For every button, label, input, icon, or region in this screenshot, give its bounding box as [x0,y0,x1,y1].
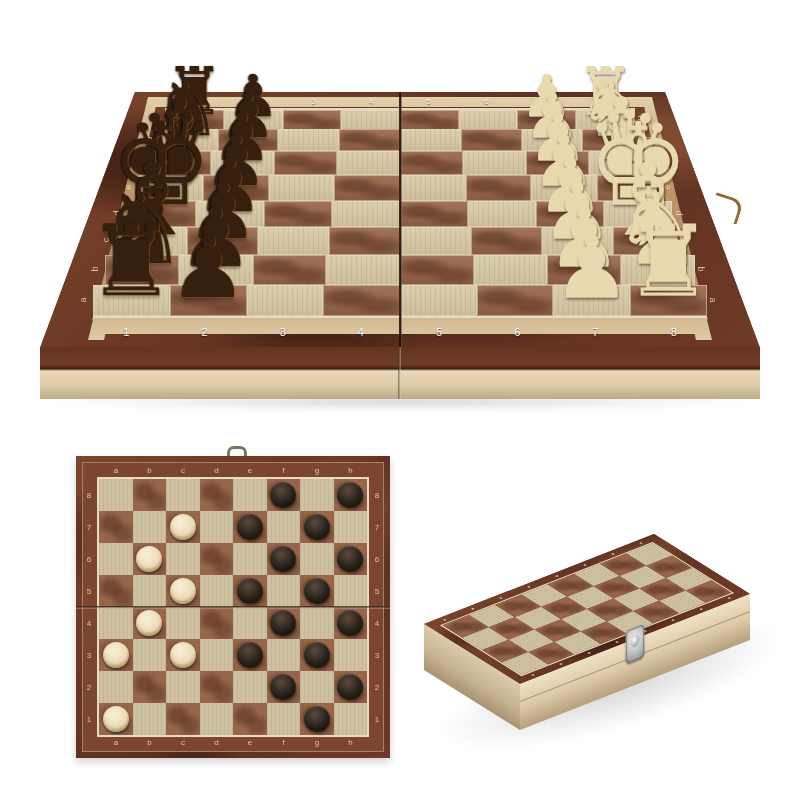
checkers-file-label-bottom: c [181,738,185,747]
chess-square [93,285,170,316]
checkers-file-label-bottom: d [214,738,218,747]
checker-square [200,543,234,575]
checkers-rank-label-right: 1 [375,715,379,724]
chess-square [264,201,332,228]
chess-square [582,129,643,151]
checkers-file-label-top: c [181,466,185,475]
checker-square [200,479,234,511]
checker-man-black [270,674,296,700]
chess-square [203,175,269,200]
chess-rank-label: 6 [514,326,520,338]
chess-square [247,285,324,316]
checker-square [267,639,301,671]
chess-square [400,201,468,228]
checkers-file-label-bottom: h [348,738,352,747]
checker-square [99,671,133,703]
chess-board-front-edge [40,347,760,399]
chess-square [542,227,613,255]
chess-rank-label: 7 [592,326,598,338]
checker-square [267,703,301,735]
checkers-rank-label-right: 2 [375,683,379,692]
chess-square [148,151,211,175]
checker-square [267,575,301,607]
chess-square [604,201,672,228]
chess-side-label: d [112,210,122,215]
checker-man-white [136,610,162,636]
checker-square [267,543,301,575]
chess-rank-label-far: 1 [196,97,200,106]
open-chess-board: hhggffeeddccbbaa1234567812345678 [40,92,760,348]
checker-square [334,479,368,511]
checkers-rank-label-left: 5 [87,587,91,596]
checker-square [300,479,334,511]
chess-rank-label-far: 4 [369,97,373,106]
chess-square [274,151,337,175]
checker-square [200,607,234,639]
chess-square [329,227,400,255]
chess-square [477,285,554,316]
board-hinge-seam [399,92,402,348]
chess-square [459,110,518,131]
chess-side-label: c [684,238,694,243]
checkers-file-label-top: d [214,466,218,475]
chess-rank-label: 2 [201,326,207,338]
chess-side-label: a [78,297,88,302]
checkers-rank-label-left: 7 [87,523,91,532]
chess-square [576,110,635,131]
checkers-file-label-top: g [315,466,319,475]
checker-square [300,639,334,671]
checkers-rank-label-right: 8 [375,491,379,500]
chess-square [334,175,400,200]
checker-square [133,479,167,511]
checker-square [233,639,267,671]
checker-square [334,639,368,671]
chess-square [463,151,526,175]
chess-square [165,110,224,131]
chess-side-label: f [131,161,141,164]
checker-man-black [270,546,296,572]
chess-side-label: a [707,297,717,302]
chess-square [323,285,400,316]
chess-square [400,227,471,255]
chess-side-label: d [673,210,683,215]
checker-man-black [270,610,296,636]
chess-rank-label: 8 [671,326,677,338]
chess-square [400,110,459,131]
checker-square [267,671,301,703]
checker-square [166,511,200,543]
chess-square [461,129,522,151]
chess-square [211,151,274,175]
checkers-file-label-bottom: g [315,738,319,747]
checker-man-black [237,642,263,668]
chess-square [553,285,630,316]
checker-square [200,703,234,735]
chess-side-label: h [150,115,160,120]
chess-square [258,227,329,255]
checker-square [99,511,133,543]
checker-square [166,671,200,703]
checkers-rank-label-left: 8 [87,491,91,500]
checker-square [300,703,334,735]
checker-square [334,703,368,735]
chess-square [547,255,621,285]
checker-square [166,639,200,671]
checker-square [300,511,334,543]
chess-square [117,227,188,255]
checker-square [133,511,167,543]
chess-square [400,285,477,316]
checker-square [133,639,167,671]
checkers-rank-label-left: 1 [87,715,91,724]
chess-square [105,255,179,285]
checker-square [99,639,133,671]
checkers-rank-label-right: 4 [375,619,379,628]
chess-side-label: h [635,115,645,120]
checker-man-white [103,706,129,732]
checker-square [200,511,234,543]
checker-square [99,543,133,575]
chess-square [400,175,466,200]
chess-side-label: b [90,267,100,272]
checkers-file-label-top: f [282,466,284,475]
checkers-board: 8877665544332211aabbccddeeffgghh [76,456,390,758]
chess-square [471,227,542,255]
silver-clasp-icon [626,623,645,664]
chess-side-label: f [652,161,662,164]
checker-man-white [136,546,162,572]
board-hinge-seam [76,606,390,609]
checker-square [267,479,301,511]
chess-square [179,255,253,285]
checkers-file-label-bottom: f [282,738,284,747]
checker-square [334,511,368,543]
checker-man-black [304,706,330,732]
chess-side-label: e [663,184,673,189]
checker-man-black [304,642,330,668]
checker-man-black [270,482,296,508]
chess-square [337,151,400,175]
chess-rank-label-far: 3 [311,97,315,106]
checker-man-white [170,642,196,668]
checkers-rank-label-left: 3 [87,651,91,660]
chess-square [613,227,684,255]
chess-rank-label-far: 7 [542,97,546,106]
chess-rank-label: 3 [280,326,286,338]
checkers-rank-label-right: 5 [375,587,379,596]
chess-square [138,175,204,200]
chess-square [400,255,474,285]
chess-square [536,201,604,228]
checkers-file-label-bottom: b [147,738,151,747]
checker-square [267,607,301,639]
checkers-file-label-bottom: a [114,738,118,747]
checker-square [133,671,167,703]
chess-square [474,255,548,285]
checkers-file-label-top: h [348,466,352,475]
chess-square [218,129,279,151]
checker-square [300,671,334,703]
chess-square [332,201,400,228]
checker-man-black [304,514,330,540]
checker-man-black [337,610,363,636]
chess-square [341,110,400,131]
chess-square [621,255,695,285]
chess-side-label: e [122,184,132,189]
checker-man-white [103,642,129,668]
checker-square [166,607,200,639]
chess-square [187,227,258,255]
chess-square [400,129,461,151]
chess-square [522,129,583,151]
chess-side-label: b [695,267,705,272]
chess-square [517,110,576,131]
checkers-file-label-top: b [147,466,151,475]
checker-square [334,671,368,703]
chess-square [531,175,597,200]
checker-square [233,511,267,543]
checker-square [166,479,200,511]
chess-rank-label-far: 8 [599,97,603,106]
chess-square [589,151,652,175]
checkers-rank-label-left: 6 [87,555,91,564]
checkers-file-label-bottom: e [248,738,252,747]
checkers-file-label-top: a [114,466,118,475]
checker-man-white [170,578,196,604]
checkers-rank-label-left: 4 [87,619,91,628]
checker-square [233,703,267,735]
checkers-rank-label-right: 7 [375,523,379,532]
checker-square [233,671,267,703]
checker-square [200,671,234,703]
chess-square [224,110,283,131]
chess-square [326,255,400,285]
chess-side-label: g [644,137,654,142]
checker-square [99,607,133,639]
chess-side-label: c [101,238,111,243]
chess-rank-label: 5 [436,326,442,338]
chess-rank-label: 1 [123,326,129,338]
chess-square [269,175,335,200]
chess-square [400,151,463,175]
board-hinge-seam [398,347,401,399]
product-photo: { "game": "3-in-1 wooden folding board g… [0,0,800,800]
checker-square [99,575,133,607]
checker-square [166,703,200,735]
chess-square [196,201,264,228]
checker-square [200,575,234,607]
chess-square [526,151,589,175]
chess-square [253,255,327,285]
checker-man-white [170,514,196,540]
chess-square [278,129,339,151]
checker-square [166,543,200,575]
checker-square [233,479,267,511]
checker-square [133,543,167,575]
checker-square [300,543,334,575]
checker-square [133,607,167,639]
checker-square [133,703,167,735]
checker-square [300,607,334,639]
checkers-file-label-top: e [248,466,252,475]
checker-square [233,543,267,575]
checkers-rank-label-right: 3 [375,651,379,660]
chess-rank-label-far: 6 [484,97,488,106]
checker-man-black [237,514,263,540]
chess-rank-label: 4 [358,326,364,338]
checker-square [334,575,368,607]
chess-square [339,129,400,151]
checker-square [133,575,167,607]
chess-side-label: g [141,137,151,142]
checker-square [166,575,200,607]
chess-square [157,129,218,151]
checkers-rank-label-right: 6 [375,555,379,564]
checker-man-black [304,578,330,604]
checker-square [334,607,368,639]
checker-square [334,543,368,575]
checker-man-black [337,674,363,700]
checker-square [267,511,301,543]
checker-square [99,479,133,511]
checker-man-black [337,546,363,572]
chess-square [283,110,342,131]
chess-square [630,285,707,316]
chess-square [466,175,532,200]
checker-man-black [237,578,263,604]
chess-square [127,201,195,228]
chess-square [597,175,663,200]
checker-square [200,639,234,671]
checker-square [233,575,267,607]
brass-hook-icon [709,192,744,225]
checkers-rank-label-left: 2 [87,683,91,692]
chess-square [468,201,536,228]
chess-rank-label-far: 2 [254,97,258,106]
chess-rank-label-far: 5 [427,97,431,106]
checker-square [300,575,334,607]
chess-square [170,285,247,316]
checker-square [99,703,133,735]
checker-man-black [337,482,363,508]
checker-square [233,607,267,639]
